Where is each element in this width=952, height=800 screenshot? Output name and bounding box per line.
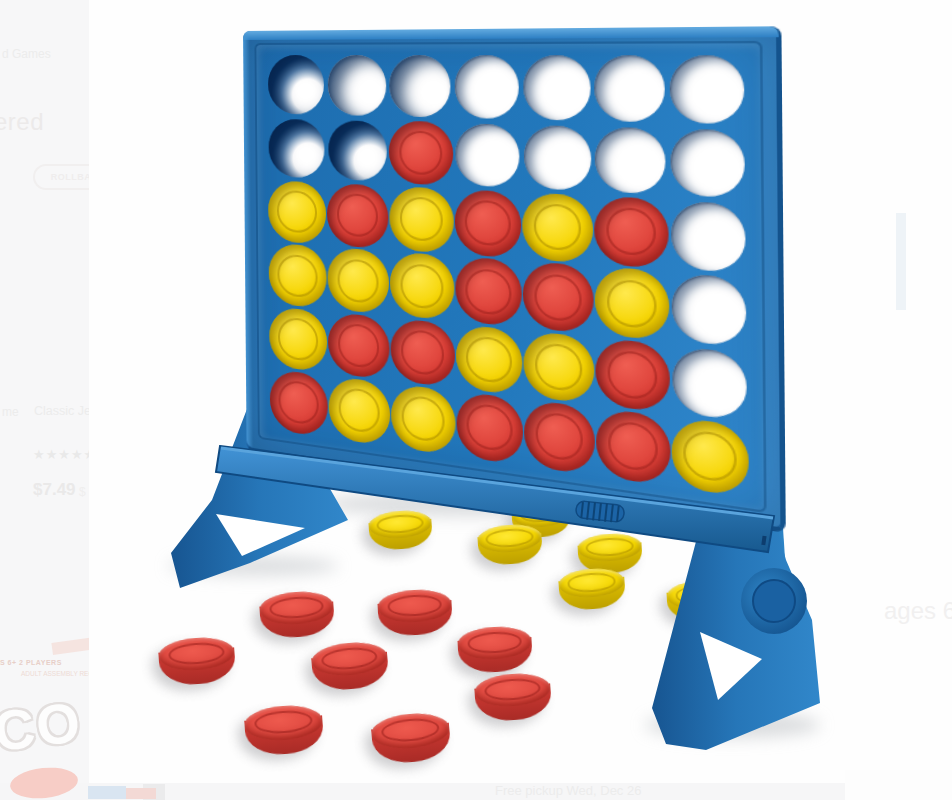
floor-disc-red [473, 671, 552, 722]
floor-disc-red [157, 635, 236, 686]
product-photo-page: d Games ered ROLLBA me Classic Je ★★★★★ … [0, 0, 952, 800]
loose-red-checkers [0, 0, 952, 800]
floor-disc-red [377, 588, 453, 637]
floor-disc-red [243, 703, 324, 756]
floor-disc-red [310, 640, 390, 692]
floor-disc-red [457, 625, 533, 674]
floor-disc-red [370, 711, 452, 766]
floor-disc-red [259, 589, 336, 639]
